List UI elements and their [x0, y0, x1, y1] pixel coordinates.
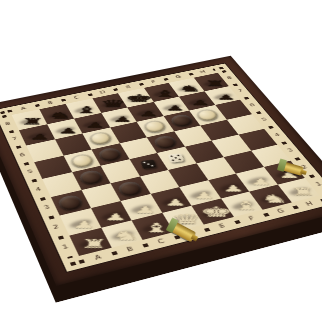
- white-rook: ♜: [80, 238, 109, 250]
- square-g2: ♟: [236, 167, 277, 191]
- square-e3: [168, 163, 208, 187]
- white-pawn: ♟: [193, 191, 216, 200]
- piece-shadow: [213, 93, 233, 101]
- coord-rank-label: 3: [35, 197, 60, 220]
- piece-shadow: [79, 238, 104, 250]
- band-corner: [62, 256, 85, 272]
- square-e2: ♟: [179, 180, 220, 205]
- square-b4: [72, 166, 111, 190]
- coord-rank-label: 1: [305, 174, 322, 195]
- piece-shadow: [74, 106, 95, 114]
- white-pawn: ♟: [221, 184, 244, 193]
- piece-shadow: [100, 100, 121, 108]
- die-pip: [172, 159, 175, 161]
- coord-rank-label: 2: [43, 216, 69, 240]
- white-pawn: ♟: [134, 205, 157, 214]
- piece-shadow: [187, 98, 208, 106]
- piece-shadow: [152, 90, 172, 98]
- piece-shadow: [109, 115, 130, 123]
- light-checker-g6: [194, 108, 221, 123]
- square-b2: ♟: [90, 201, 131, 227]
- dark-checker-c3: [116, 180, 145, 198]
- white-king: ♚: [199, 205, 234, 219]
- square-f1: ♝: [220, 191, 262, 217]
- square-f2: ♟: [208, 174, 249, 199]
- coord-rank-label: 1: [52, 235, 79, 260]
- white-bishop: ♝: [231, 200, 261, 212]
- piece-shadow: [260, 194, 284, 204]
- square-h1: ♜: [277, 178, 319, 203]
- square-c2: ♟: [121, 194, 162, 220]
- piece-shadow: [231, 201, 255, 212]
- piece-shadow: [162, 104, 183, 112]
- dark-checker-b4: [77, 169, 105, 186]
- white-pawn: ♟: [103, 212, 126, 222]
- white-knight: ♞: [260, 193, 289, 204]
- coord-file-label: C: [143, 232, 180, 251]
- light-checker-e6: [142, 119, 168, 134]
- piece-shadow: [218, 183, 241, 193]
- square-g3: [223, 151, 263, 174]
- dark-checker-c5: [97, 146, 124, 162]
- light-checker-b5: [68, 152, 95, 169]
- white-rook: ♜: [289, 186, 317, 197]
- square-a4: [42, 172, 81, 197]
- piece-shadow: [19, 117, 40, 125]
- piece-shadow: [202, 79, 222, 86]
- piece-shadow: [110, 230, 135, 241]
- product-photo: ABCDEFGH8♜♞♝♛♚♝♞♜87♟♟♟♟♟♟♟♟7665544332♟♟♟…: [0, 0, 322, 322]
- piece-shadow: [136, 109, 157, 117]
- coord-file-label: B: [111, 240, 149, 259]
- square-e1: ♚: [191, 198, 233, 224]
- square-d2: ♟: [150, 187, 191, 213]
- die-pip: [175, 157, 178, 159]
- piece-shadow: [55, 126, 76, 135]
- white-pawn: ♟: [72, 220, 96, 230]
- piece-shadow: [141, 222, 165, 233]
- square-c3: [110, 176, 150, 201]
- piece-shadow: [47, 111, 68, 119]
- piece-shadow: [202, 208, 226, 219]
- dark-checker-a3: [56, 193, 84, 211]
- die-pip: [171, 156, 174, 158]
- coord-rank-label: 4: [26, 179, 50, 201]
- coord-file-label: G: [263, 203, 299, 220]
- piece-shadow: [100, 211, 124, 222]
- piece-shadow: [246, 176, 269, 186]
- dark-checker-e5: [152, 134, 179, 150]
- chess-board: ABCDEFGH8♜♞♝♛♚♝♞♜87♟♟♟♟♟♟♟♟7665544332♟♟♟…: [0, 56, 322, 286]
- square-a5: [34, 155, 72, 178]
- piece-shadow: [82, 120, 103, 128]
- clasp-keeper: [277, 158, 287, 171]
- square-d3: [139, 170, 179, 194]
- square-d4: [129, 153, 168, 176]
- square-g1: ♞: [249, 184, 291, 209]
- coord-file-label: H: [291, 195, 322, 212]
- die-pip: [143, 162, 146, 164]
- piece-shadow: [189, 189, 212, 199]
- die-pip: [179, 159, 182, 161]
- black-die: [140, 160, 156, 170]
- square-c4: [101, 159, 140, 183]
- white-pawn: ♟: [164, 198, 187, 207]
- square-f3: [196, 157, 236, 181]
- light-checker-c6: [88, 131, 114, 147]
- square-b3: [81, 183, 121, 208]
- piece-shadow: [160, 196, 184, 206]
- piece-shadow: [288, 187, 311, 197]
- piece-shadow: [27, 132, 48, 141]
- square-a1: ♜: [69, 228, 111, 256]
- white-die: [168, 153, 184, 162]
- coord-file-label: A: [79, 248, 117, 267]
- die-pip: [177, 155, 180, 157]
- piece-shadow: [126, 95, 146, 103]
- coord-file-label: E: [204, 217, 241, 235]
- coord-file-label: F: [233, 210, 270, 228]
- square-b1: ♞: [101, 220, 143, 248]
- die-pip: [151, 165, 154, 167]
- coord-rank-label: 5: [19, 162, 43, 183]
- piece-shadow: [69, 218, 93, 229]
- piece-shadow: [130, 203, 154, 214]
- square-a3: [51, 190, 91, 216]
- square-a2: ♟: [60, 208, 101, 235]
- white-knight: ♞: [111, 229, 141, 241]
- dark-checker-f6: [168, 113, 195, 128]
- white-pawn: ♟: [249, 177, 272, 186]
- die-pip: [147, 163, 150, 165]
- piece-shadow: [177, 85, 197, 93]
